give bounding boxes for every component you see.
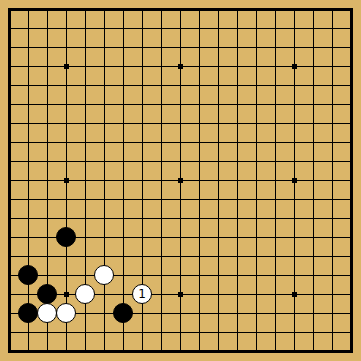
board-cell: 1 — [133, 285, 152, 304]
board-cell — [57, 228, 76, 247]
white-stone — [37, 303, 57, 323]
board-cell — [19, 304, 38, 323]
intersection-grid: 1 — [0, 0, 361, 361]
black-stone — [56, 227, 76, 247]
white-stone — [56, 303, 76, 323]
move-number-label: 1 — [138, 288, 146, 300]
board-cell — [114, 304, 133, 323]
go-board[interactable]: 1 — [0, 0, 361, 361]
white-stone — [75, 284, 95, 304]
board-cell — [76, 285, 95, 304]
board-cell — [95, 266, 114, 285]
board-cell — [57, 304, 76, 323]
white-stone-move-1: 1 — [132, 284, 152, 304]
board-cell — [38, 285, 57, 304]
board-cell — [38, 304, 57, 323]
black-stone — [37, 284, 57, 304]
white-stone — [94, 265, 114, 285]
black-stone — [18, 265, 38, 285]
black-stone — [18, 303, 38, 323]
black-stone — [113, 303, 133, 323]
board-cell — [19, 266, 38, 285]
